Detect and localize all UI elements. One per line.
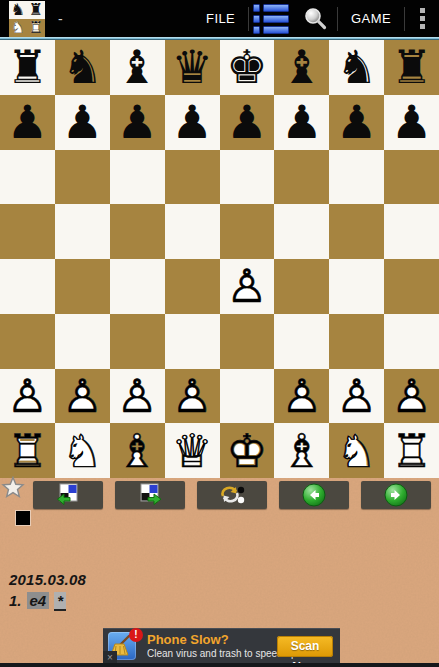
square-d4[interactable]: [165, 259, 220, 314]
file-menu-button[interactable]: FILE: [193, 0, 248, 37]
square-a8[interactable]: ♜: [0, 40, 55, 95]
square-a1[interactable]: ♜♖: [0, 423, 55, 478]
square-b1[interactable]: ♞♘: [55, 423, 110, 478]
square-d5[interactable]: [165, 204, 220, 259]
logo-square: ♞♘: [9, 19, 27, 37]
bottom-edge-bar: [0, 663, 439, 667]
black-pawn: ♟: [329, 95, 384, 150]
notification-badge: !: [129, 628, 143, 642]
move-list-icon: [253, 4, 289, 34]
square-b6[interactable]: [55, 150, 110, 205]
square-b5[interactable]: [55, 204, 110, 259]
square-c6[interactable]: [110, 150, 165, 205]
square-f3[interactable]: [274, 314, 329, 369]
game-date: 2015.03.08: [9, 571, 86, 588]
black-pawn: ♟: [110, 95, 165, 150]
move-number: 1.: [9, 592, 22, 609]
black-pawn: ♟: [165, 95, 220, 150]
move-list: 1. e4 *: [9, 592, 66, 611]
square-g5[interactable]: [329, 204, 384, 259]
ad-title: Phone Slow?: [147, 632, 277, 647]
black-pawn: ♟: [274, 95, 329, 150]
black-pawn: ♟: [220, 95, 275, 150]
square-b3[interactable]: [55, 314, 110, 369]
selected-move[interactable]: e4: [27, 592, 50, 609]
black-king: ♚: [220, 40, 275, 95]
white-pawn: ♟♙: [274, 369, 329, 424]
square-e1[interactable]: ♚♔: [220, 423, 275, 478]
square-g7[interactable]: ♟: [329, 95, 384, 150]
square-a4[interactable]: [0, 259, 55, 314]
back-move-button[interactable]: [279, 481, 349, 509]
logo-square: ♞: [9, 1, 27, 19]
notation-panel: 2015.03.08 1. e4 * ! × Phone Slow? Cle: [0, 478, 439, 667]
square-a3[interactable]: [0, 314, 55, 369]
white-rook: ♜♖: [0, 423, 55, 478]
square-h7[interactable]: ♟: [384, 95, 439, 150]
forward-arrow-icon: [384, 483, 408, 507]
chess-board: ♜♞♝♛♚♝♞♜♟♟♟♟♟♟♟♟♟♙♟♙♟♙♟♙♟♙♟♙♟♙♟♙♜♖♞♘♝♗♛♕…: [0, 40, 439, 478]
white-pawn: ♟♙: [384, 369, 439, 424]
back-arrow-icon: [302, 483, 326, 507]
square-f4[interactable]: [274, 259, 329, 314]
search-icon: [302, 6, 328, 32]
white-knight: ♞♘: [55, 423, 110, 478]
black-pawn: ♟: [384, 95, 439, 150]
square-g2[interactable]: ♟♙: [329, 369, 384, 424]
white-bishop: ♝♗: [274, 423, 329, 478]
square-h2[interactable]: ♟♙: [384, 369, 439, 424]
white-king: ♚♔: [220, 423, 275, 478]
square-g6[interactable]: [329, 150, 384, 205]
black-pawn: ♟: [0, 95, 55, 150]
ad-banner[interactable]: ! × Phone Slow? Clean virus and trash to…: [103, 628, 340, 664]
black-bishop: ♝: [274, 40, 329, 95]
square-f1[interactable]: ♝♗: [274, 423, 329, 478]
square-d2[interactable]: ♟♙: [165, 369, 220, 424]
square-e8[interactable]: ♚: [220, 40, 275, 95]
square-b7[interactable]: ♟: [55, 95, 110, 150]
square-c4[interactable]: [110, 259, 165, 314]
app-logo-icon: ♞ ♜ ♞♘ ♜♖: [9, 1, 45, 37]
black-rook: ♜: [0, 40, 55, 95]
prev-game-button[interactable]: [33, 481, 103, 509]
flip-colors-icon: [218, 483, 246, 507]
square-b8[interactable]: ♞: [55, 40, 110, 95]
square-f7[interactable]: ♟: [274, 95, 329, 150]
app-window: ♞ ♜ ♞♘ ♜♖ - FILE: [0, 0, 439, 667]
white-pawn: ♟♙: [220, 259, 275, 314]
square-h3[interactable]: [384, 314, 439, 369]
square-h5[interactable]: [384, 204, 439, 259]
game-menu-button[interactable]: GAME: [338, 0, 404, 37]
black-queen: ♛: [165, 40, 220, 95]
overflow-menu-icon: [420, 8, 425, 13]
square-h1[interactable]: ♜♖: [384, 423, 439, 478]
square-g8[interactable]: ♞: [329, 40, 384, 95]
square-h6[interactable]: [384, 150, 439, 205]
white-knight-icon: ♞♘: [10, 20, 26, 36]
white-bishop: ♝♗: [110, 423, 165, 478]
square-e4[interactable]: ♟♙: [220, 259, 275, 314]
square-c2[interactable]: ♟♙: [110, 369, 165, 424]
black-knight: ♞: [329, 40, 384, 95]
square-f8[interactable]: ♝: [274, 40, 329, 95]
square-c3[interactable]: [110, 314, 165, 369]
square-h4[interactable]: [384, 259, 439, 314]
square-d3[interactable]: [165, 314, 220, 369]
window-title: -: [58, 11, 193, 27]
white-pawn: ♟♙: [110, 369, 165, 424]
white-rook: ♜♖: [384, 423, 439, 478]
square-c8[interactable]: ♝: [110, 40, 165, 95]
move-list-button[interactable]: [249, 0, 293, 37]
square-h8[interactable]: ♜: [384, 40, 439, 95]
ad-copy: Phone Slow? Clean virus and trash to spe…: [147, 632, 277, 660]
square-a5[interactable]: [0, 204, 55, 259]
square-e7[interactable]: ♟: [220, 95, 275, 150]
action-bar: ♞ ♜ ♞♘ ♜♖ - FILE: [0, 0, 439, 37]
black-pawn: ♟: [55, 95, 110, 150]
black-knight: ♞: [55, 40, 110, 95]
white-pawn: ♟♙: [55, 369, 110, 424]
square-d1[interactable]: ♛♕: [165, 423, 220, 478]
black-knight-icon: ♞: [11, 2, 25, 18]
white-rook-icon: ♜♖: [28, 20, 44, 36]
side-to-move-indicator: [16, 511, 30, 525]
logo-square: ♜♖: [27, 19, 45, 37]
square-g3[interactable]: [329, 314, 384, 369]
scan-now-button[interactable]: Scan Now: [277, 636, 333, 657]
forward-move-button[interactable]: [361, 481, 431, 509]
black-rook-icon: ♜: [29, 2, 43, 18]
ad-subtitle: Clean virus and trash to speed up.: [147, 647, 277, 660]
square-a6[interactable]: [0, 150, 55, 205]
square-e2[interactable]: [220, 369, 275, 424]
square-d7[interactable]: ♟: [165, 95, 220, 150]
board-next-icon: [138, 483, 162, 507]
black-bishop: ♝: [110, 40, 165, 95]
flip-colors-button[interactable]: [197, 481, 267, 509]
favorite-star-icon[interactable]: [1, 476, 25, 498]
white-pawn: ♟♙: [0, 369, 55, 424]
next-game-button[interactable]: [115, 481, 185, 509]
white-queen: ♛♕: [165, 423, 220, 478]
white-knight: ♞♘: [329, 423, 384, 478]
square-f6[interactable]: [274, 150, 329, 205]
square-c1[interactable]: ♝♗: [110, 423, 165, 478]
square-f5[interactable]: [274, 204, 329, 259]
overflow-menu-button[interactable]: [405, 8, 439, 29]
black-rook: ♜: [384, 40, 439, 95]
square-b4[interactable]: [55, 259, 110, 314]
white-pawn: ♟♙: [165, 369, 220, 424]
square-c5[interactable]: [110, 204, 165, 259]
white-pawn: ♟♙: [329, 369, 384, 424]
square-e6[interactable]: [220, 150, 275, 205]
square-g1[interactable]: ♞♘: [329, 423, 384, 478]
square-d8[interactable]: ♛: [165, 40, 220, 95]
logo-square: ♜: [27, 1, 45, 19]
square-b2[interactable]: ♟♙: [55, 369, 110, 424]
square-c7[interactable]: ♟: [110, 95, 165, 150]
square-d6[interactable]: [165, 150, 220, 205]
search-button[interactable]: [293, 0, 337, 37]
board-prev-icon: [56, 483, 80, 507]
square-g4[interactable]: [329, 259, 384, 314]
result-marker[interactable]: *: [54, 592, 66, 611]
square-f2[interactable]: ♟♙: [274, 369, 329, 424]
square-a2[interactable]: ♟♙: [0, 369, 55, 424]
square-e3[interactable]: [220, 314, 275, 369]
square-e5[interactable]: [220, 204, 275, 259]
square-a7[interactable]: ♟: [0, 95, 55, 150]
